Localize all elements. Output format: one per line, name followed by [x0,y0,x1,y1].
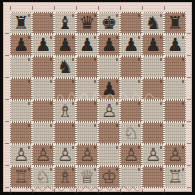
black-rook-h8: ♜ [164,12,186,34]
square-f6 [120,56,142,78]
square-b6 [32,56,54,78]
square-a8: ♜ [10,12,32,34]
stamp-sheet-chess-image: ♜♝♛♚♞♜♟♟♟♟♟♟♟♟♞♟♗♙♘♙♙♙♙♙♙♙♖♘♗♕♔♖ [0,0,195,195]
white-knight-f3: ♘ [120,122,142,144]
white-pawn-f2: ♙ [120,144,142,166]
square-f7: ♟ [120,34,142,56]
square-a6 [10,56,32,78]
square-a4 [10,100,32,122]
square-b5 [32,78,54,100]
square-h6 [164,56,186,78]
square-f8 [120,12,142,34]
black-bishop-c8: ♝ [54,12,76,34]
white-rook-a1: ♖ [10,166,32,188]
square-b1: ♘ [32,166,54,188]
perforation-ticks-bottom [10,189,186,193]
square-b3 [32,122,54,144]
white-rook-h1: ♖ [164,166,186,188]
square-g5 [142,78,164,100]
white-bishop-c4: ♗ [54,100,76,122]
square-d4 [76,100,98,122]
square-c4: ♗ [54,100,76,122]
square-g4 [142,100,164,122]
square-f4 [120,100,142,122]
black-pawn-a7: ♟ [10,34,32,56]
square-d5 [76,78,98,100]
square-e6 [98,56,120,78]
square-h8: ♜ [164,12,186,34]
square-a3 [10,122,32,144]
perforation-ticks-left [5,12,9,188]
square-g7: ♟ [142,34,164,56]
white-king-e1: ♔ [98,166,120,188]
square-c6: ♞ [54,56,76,78]
square-b7: ♟ [32,34,54,56]
square-e7: ♟ [98,34,120,56]
white-knight-b1: ♘ [32,166,54,188]
black-pawn-d7: ♟ [76,34,98,56]
square-c5 [54,78,76,100]
white-pawn-e4: ♙ [98,100,120,122]
square-b4 [32,100,54,122]
black-pawn-f7: ♟ [120,34,142,56]
square-h5 [164,78,186,100]
square-c3 [54,122,76,144]
square-d6 [76,56,98,78]
square-d8: ♛ [76,12,98,34]
black-pawn-g7: ♟ [142,34,164,56]
square-h1: ♖ [164,166,186,188]
square-e2 [98,144,120,166]
square-h7: ♟ [164,34,186,56]
square-g1 [142,166,164,188]
black-rook-a8: ♜ [10,12,32,34]
square-d7: ♟ [76,34,98,56]
white-queen-d1: ♕ [76,166,98,188]
white-pawn-g2: ♙ [142,144,164,166]
square-f3: ♘ [120,122,142,144]
chess-board: ♜♝♛♚♞♜♟♟♟♟♟♟♟♟♞♟♗♙♘♙♙♙♙♙♙♙♖♘♗♕♔♖ [10,12,186,188]
black-pawn-e5: ♟ [98,78,120,100]
perforation-ticks-right [187,12,191,188]
black-knight-g8: ♞ [142,12,164,34]
white-bishop-c1: ♗ [54,166,76,188]
black-king-e8: ♚ [98,12,120,34]
square-d1: ♕ [76,166,98,188]
square-e3 [98,122,120,144]
square-g3 [142,122,164,144]
square-c8: ♝ [54,12,76,34]
square-a7: ♟ [10,34,32,56]
black-queen-d8: ♛ [76,12,98,34]
square-b8 [32,12,54,34]
white-pawn-c2: ♙ [54,144,76,166]
black-pawn-b7: ♟ [32,34,54,56]
white-pawn-d2: ♙ [76,144,98,166]
square-g6 [142,56,164,78]
white-pawn-b2: ♙ [32,144,54,166]
square-d2: ♙ [76,144,98,166]
square-c1: ♗ [54,166,76,188]
black-pawn-h7: ♟ [164,34,186,56]
square-c7: ♟ [54,34,76,56]
white-pawn-a2: ♙ [10,144,32,166]
square-f5 [120,78,142,100]
square-g8: ♞ [142,12,164,34]
square-d3 [76,122,98,144]
white-pawn-h2: ♙ [164,144,186,166]
perforation-ticks-top [10,6,186,10]
square-f2: ♙ [120,144,142,166]
square-f1 [120,166,142,188]
square-h2: ♙ [164,144,186,166]
square-e5: ♟ [98,78,120,100]
square-h4 [164,100,186,122]
black-pawn-c7: ♟ [54,34,76,56]
black-pawn-e7: ♟ [98,34,120,56]
square-a1: ♖ [10,166,32,188]
square-h3 [164,122,186,144]
square-a5 [10,78,32,100]
square-g2: ♙ [142,144,164,166]
square-a2: ♙ [10,144,32,166]
square-c2: ♙ [54,144,76,166]
square-b2: ♙ [32,144,54,166]
square-e4: ♙ [98,100,120,122]
black-knight-c6: ♞ [54,56,76,78]
square-e8: ♚ [98,12,120,34]
square-e1: ♔ [98,166,120,188]
